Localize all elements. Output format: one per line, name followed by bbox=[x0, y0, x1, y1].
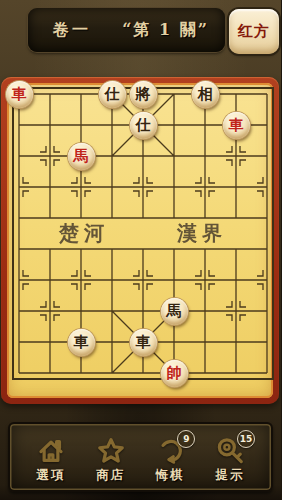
bottom-dock: 選項 商店 9 悔棋 bbox=[8, 422, 273, 492]
red-side-turn-label: 红方 bbox=[238, 22, 270, 41]
piece-black-5-7[interactable]: 馬 bbox=[161, 298, 188, 325]
piece-black-4-1[interactable]: 仕 bbox=[130, 112, 157, 139]
piece-black-2-8[interactable]: 車 bbox=[68, 329, 95, 356]
level-label: “第 1 關” bbox=[122, 20, 209, 41]
board-pieces: 車仕將相仕車馬馬車車帥 bbox=[4, 79, 282, 389]
piece-red-2-2[interactable]: 馬 bbox=[68, 143, 95, 170]
hint-label: 提示 bbox=[215, 467, 244, 484]
volume-label: 卷一 bbox=[53, 20, 91, 41]
star-icon bbox=[90, 433, 132, 469]
piece-black-4-0[interactable]: 將 bbox=[130, 81, 157, 108]
title-plaque: 卷一 “第 1 關” bbox=[28, 8, 225, 52]
piece-black-3-0[interactable]: 仕 bbox=[99, 81, 126, 108]
options-label: 選項 bbox=[37, 467, 66, 484]
undo-count-badge: 9 bbox=[177, 430, 195, 448]
shop-label: 商店 bbox=[96, 467, 125, 484]
options-button[interactable]: 選項 bbox=[22, 433, 80, 484]
xiangqi-app-screen: 卷一 “第 1 關” 红方 楚河 漢界 車仕將相仕車馬馬車車帥 選項 bbox=[0, 0, 281, 500]
piece-red-5-9[interactable]: 帥 bbox=[161, 360, 188, 387]
piece-red-7-1[interactable]: 車 bbox=[223, 112, 250, 139]
shop-button[interactable]: 商店 bbox=[82, 433, 140, 484]
home-icon bbox=[30, 433, 72, 469]
hint-button[interactable]: 15 提示 bbox=[201, 433, 259, 484]
piece-black-6-0[interactable]: 相 bbox=[192, 81, 219, 108]
hint-count-badge: 15 bbox=[237, 430, 255, 448]
undo-move-button[interactable]: 9 悔棋 bbox=[141, 433, 199, 484]
piece-black-4-8[interactable]: 車 bbox=[130, 329, 157, 356]
piece-red-0-0[interactable]: 車 bbox=[6, 81, 33, 108]
red-side-turn-button[interactable]: 红方 bbox=[229, 9, 279, 54]
undo-label: 悔棋 bbox=[156, 467, 185, 484]
key-icon: 15 bbox=[209, 433, 251, 469]
undo-arrow-icon: 9 bbox=[149, 433, 191, 469]
